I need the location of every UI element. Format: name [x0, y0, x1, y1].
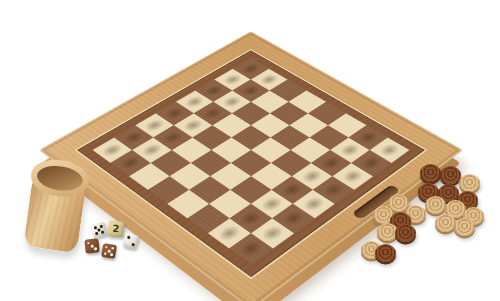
- doubling-cube[interactable]: 2: [107, 220, 124, 237]
- pawn-glyph: ♟: [122, 142, 143, 164]
- pawn-glyph: ♟: [205, 94, 225, 115]
- checker-natural[interactable]: [435, 214, 456, 232]
- die-white[interactable]: [91, 222, 108, 239]
- product-photo: ♜♞♝♛♚♝♞♜♟♟♟♟♟♟♟♟♟♟♟♟♟♟♟♟♜♞♝♛♚♝♞♜ 2: [0, 0, 500, 301]
- pawn-glyph: ♟: [165, 117, 185, 139]
- die-brown[interactable]: [84, 238, 99, 253]
- pawn-glyph: ♟: [185, 105, 205, 126]
- board-frame: ♜♞♝♛♚♝♞♜♟♟♟♟♟♟♟♟♟♟♟♟♟♟♟♟♜♞♝♛♚♝♞♜: [39, 31, 463, 301]
- chess-board: ♜♞♝♛♚♝♞♜♟♟♟♟♟♟♟♟♟♟♟♟♟♟♟♟♜♞♝♛♚♝♞♜: [39, 31, 463, 301]
- checker-brown[interactable]: [440, 166, 461, 184]
- pawn-glyph: ♟: [225, 82, 245, 103]
- pawn-glyph: ♟: [244, 71, 263, 91]
- die-brown[interactable]: [101, 243, 117, 259]
- board-scene: ♜♞♝♛♚♝♞♜♟♟♟♟♟♟♟♟♟♟♟♟♟♟♟♟♜♞♝♛♚♝♞♜: [0, 0, 500, 301]
- checker-natural[interactable]: [454, 218, 475, 236]
- checker-brown[interactable]: [375, 244, 396, 262]
- checker-brown[interactable]: [395, 224, 416, 242]
- checker-brown[interactable]: [420, 164, 441, 182]
- checker-natural[interactable]: [459, 174, 480, 192]
- rook-glyph: ♜: [241, 223, 267, 250]
- checker-natural[interactable]: [425, 196, 446, 214]
- pawn-glyph: ♟: [144, 130, 165, 152]
- pawn-glyph: ♟: [262, 61, 281, 81]
- dice-cup-hole: [35, 163, 84, 193]
